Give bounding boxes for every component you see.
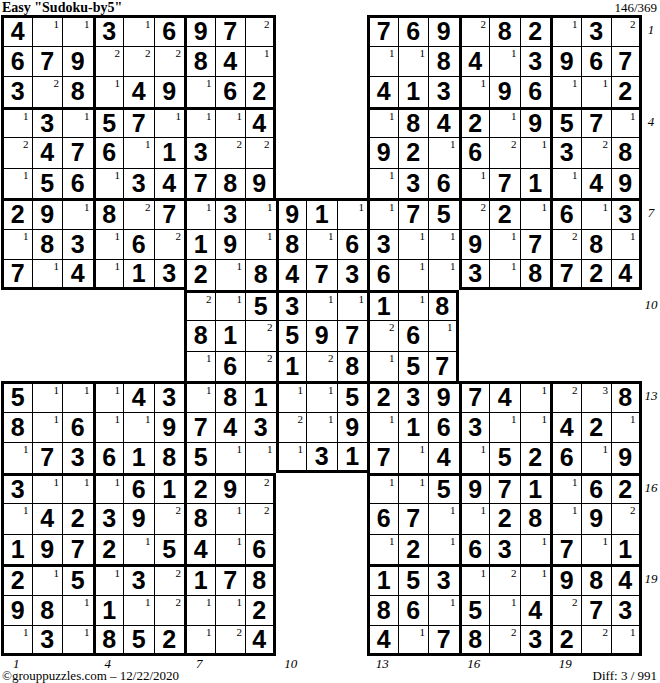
cell-r15c12[interactable]: 1 xyxy=(337,442,368,473)
cell-r4c16[interactable]: 2 xyxy=(459,107,490,138)
cell-r18c19[interactable]: 7 xyxy=(550,534,581,565)
cell-r20c19[interactable]: 2 xyxy=(550,595,581,626)
cell-r18c14[interactable]: 2 xyxy=(398,534,429,565)
cell-r21c1[interactable]: 1 xyxy=(1,625,32,656)
cell-r20c3[interactable]: 1 xyxy=(62,595,93,626)
cell-r14c19[interactable]: 4 xyxy=(550,412,581,443)
cell-r17c7[interactable]: 8 xyxy=(184,503,215,534)
cell-r8c6[interactable]: 2 xyxy=(154,229,185,260)
cell-r3c9[interactable]: 2 xyxy=(245,76,276,107)
cell-r10c7[interactable]: 2 xyxy=(184,290,215,321)
cell-r15c2[interactable]: 7 xyxy=(32,442,63,473)
cell-r8c1[interactable]: 1 xyxy=(1,229,32,260)
cell-r1c20[interactable]: 3 xyxy=(581,15,612,46)
cell-r13c2[interactable]: 1 xyxy=(32,381,63,412)
cell-r2c4[interactable]: 2 xyxy=(93,46,124,77)
cell-r6c6[interactable]: 4 xyxy=(154,168,185,199)
cell-r15c11[interactable]: 3 xyxy=(306,442,337,473)
cell-r2c1[interactable]: 6 xyxy=(1,46,32,77)
cell-r9c14[interactable]: 1 xyxy=(398,259,429,290)
cell-r3c13[interactable]: 4 xyxy=(367,76,398,107)
cell-r10c15[interactable]: 8 xyxy=(428,290,459,321)
cell-r19c20[interactable]: 8 xyxy=(581,564,612,595)
cell-r19c3[interactable]: 5 xyxy=(62,564,93,595)
cell-r5c21[interactable]: 8 xyxy=(611,137,642,168)
cell-r18c15[interactable]: 1 xyxy=(428,534,459,565)
cell-r17c1[interactable]: 1 xyxy=(1,503,32,534)
cell-r8c9[interactable]: 1 xyxy=(245,229,276,260)
cell-r4c21[interactable]: 1 xyxy=(611,107,642,138)
cell-r1c13[interactable]: 7 xyxy=(367,15,398,46)
cell-r14c21[interactable]: 1 xyxy=(611,412,642,443)
cell-r6c21[interactable]: 9 xyxy=(611,168,642,199)
cell-r7c19[interactable]: 6 xyxy=(550,198,581,229)
cell-r13c10[interactable]: 1 xyxy=(276,381,307,412)
cell-r21c18[interactable]: 3 xyxy=(520,625,551,656)
cell-r19c5[interactable]: 3 xyxy=(123,564,154,595)
cell-r8c5[interactable]: 6 xyxy=(123,229,154,260)
cell-r1c9[interactable]: 2 xyxy=(245,15,276,46)
cell-r2c9[interactable]: 1 xyxy=(245,46,276,77)
cell-r4c15[interactable]: 4 xyxy=(428,107,459,138)
cell-r4c19[interactable]: 5 xyxy=(550,107,581,138)
cell-r1c5[interactable]: 1 xyxy=(123,15,154,46)
cell-r4c17[interactable]: 1 xyxy=(489,107,520,138)
cell-r4c14[interactable]: 8 xyxy=(398,107,429,138)
cell-r6c5[interactable]: 3 xyxy=(123,168,154,199)
cell-r15c17[interactable]: 5 xyxy=(489,442,520,473)
cell-r7c10[interactable]: 9 xyxy=(276,198,307,229)
cell-r17c13[interactable]: 6 xyxy=(367,503,398,534)
cell-r1c4[interactable]: 3 xyxy=(93,15,124,46)
cell-r9c17[interactable]: 1 xyxy=(489,259,520,290)
cell-r4c1[interactable]: 1 xyxy=(1,107,32,138)
cell-r15c19[interactable]: 6 xyxy=(550,442,581,473)
cell-r16c6[interactable]: 1 xyxy=(154,473,185,504)
cell-r8c21[interactable]: 1 xyxy=(611,229,642,260)
cell-r15c16[interactable]: 1 xyxy=(459,442,490,473)
cell-r17c14[interactable]: 7 xyxy=(398,503,429,534)
cell-r21c19[interactable]: 2 xyxy=(550,625,581,656)
cell-r8c13[interactable]: 3 xyxy=(367,229,398,260)
cell-r16c21[interactable]: 2 xyxy=(611,473,642,504)
cell-r8c17[interactable]: 1 xyxy=(489,229,520,260)
cell-r17c6[interactable]: 2 xyxy=(154,503,185,534)
cell-r20c14[interactable]: 6 xyxy=(398,595,429,626)
cell-r7c8[interactable]: 3 xyxy=(215,198,246,229)
cell-r20c13[interactable]: 8 xyxy=(367,595,398,626)
cell-r19c18[interactable]: 1 xyxy=(520,564,551,595)
cell-r5c13[interactable]: 9 xyxy=(367,137,398,168)
cell-r14c11[interactable]: 1 xyxy=(306,412,337,443)
cell-r2c3[interactable]: 9 xyxy=(62,46,93,77)
cell-r2c6[interactable]: 2 xyxy=(154,46,185,77)
cell-r18c9[interactable]: 6 xyxy=(245,534,276,565)
cell-r13c11[interactable]: 1 xyxy=(306,381,337,412)
cell-r3c7[interactable]: 1 xyxy=(184,76,215,107)
cell-r20c15[interactable]: 1 xyxy=(428,595,459,626)
cell-r21c3[interactable]: 1 xyxy=(62,625,93,656)
cell-r15c20[interactable]: 1 xyxy=(581,442,612,473)
cell-r8c11[interactable]: 1 xyxy=(306,229,337,260)
cell-r3c4[interactable]: 1 xyxy=(93,76,124,107)
cell-r1c6[interactable]: 6 xyxy=(154,15,185,46)
cell-r17c20[interactable]: 9 xyxy=(581,503,612,534)
cell-r20c6[interactable]: 2 xyxy=(154,595,185,626)
cell-r4c5[interactable]: 7 xyxy=(123,107,154,138)
cell-r7c7[interactable]: 1 xyxy=(184,198,215,229)
cell-r15c10[interactable]: 1 xyxy=(276,442,307,473)
cell-r11c14[interactable]: 6 xyxy=(398,320,429,351)
cell-r9c19[interactable]: 7 xyxy=(550,259,581,290)
cell-r16c1[interactable]: 3 xyxy=(1,473,32,504)
cell-r3c14[interactable]: 1 xyxy=(398,76,429,107)
cell-r1c21[interactable]: 2 xyxy=(611,15,642,46)
cell-r9c6[interactable]: 3 xyxy=(154,259,185,290)
cell-r5c20[interactable]: 2 xyxy=(581,137,612,168)
cell-r8c15[interactable]: 1 xyxy=(428,229,459,260)
cell-r14c14[interactable]: 1 xyxy=(398,412,429,443)
cell-r8c2[interactable]: 8 xyxy=(32,229,63,260)
cell-r13c4[interactable]: 1 xyxy=(93,381,124,412)
cell-r18c18[interactable]: 1 xyxy=(520,534,551,565)
cell-r19c15[interactable]: 3 xyxy=(428,564,459,595)
cell-r12c12[interactable]: 8 xyxy=(337,351,368,382)
cell-r7c1[interactable]: 2 xyxy=(1,198,32,229)
cell-r15c18[interactable]: 2 xyxy=(520,442,551,473)
cell-r3c20[interactable]: 1 xyxy=(581,76,612,107)
cell-r2c21[interactable]: 7 xyxy=(611,46,642,77)
cell-r16c18[interactable]: 1 xyxy=(520,473,551,504)
cell-r13c15[interactable]: 9 xyxy=(428,381,459,412)
cell-r16c7[interactable]: 2 xyxy=(184,473,215,504)
cell-r7c5[interactable]: 2 xyxy=(123,198,154,229)
cell-r15c7[interactable]: 5 xyxy=(184,442,215,473)
cell-r4c9[interactable]: 4 xyxy=(245,107,276,138)
cell-r9c9[interactable]: 8 xyxy=(245,259,276,290)
cell-r9c8[interactable]: 1 xyxy=(215,259,246,290)
cell-r11c11[interactable]: 9 xyxy=(306,320,337,351)
cell-r20c5[interactable]: 1 xyxy=(123,595,154,626)
cell-r9c11[interactable]: 7 xyxy=(306,259,337,290)
cell-r16c20[interactable]: 6 xyxy=(581,473,612,504)
cell-r7c13[interactable]: 1 xyxy=(367,198,398,229)
cell-r4c8[interactable]: 1 xyxy=(215,107,246,138)
cell-r19c21[interactable]: 4 xyxy=(611,564,642,595)
cell-r9c4[interactable]: 1 xyxy=(93,259,124,290)
cell-r11c15[interactable]: 1 xyxy=(428,320,459,351)
cell-r6c9[interactable]: 9 xyxy=(245,168,276,199)
cell-r13c7[interactable]: 1 xyxy=(184,381,215,412)
cell-r2c19[interactable]: 9 xyxy=(550,46,581,77)
cell-r13c17[interactable]: 4 xyxy=(489,381,520,412)
cell-r9c3[interactable]: 4 xyxy=(62,259,93,290)
cell-r1c15[interactable]: 9 xyxy=(428,15,459,46)
cell-r7c3[interactable]: 1 xyxy=(62,198,93,229)
cell-r16c3[interactable]: 1 xyxy=(62,473,93,504)
cell-r16c5[interactable]: 6 xyxy=(123,473,154,504)
cell-r6c14[interactable]: 3 xyxy=(398,168,429,199)
cell-r1c2[interactable]: 1 xyxy=(32,15,63,46)
cell-r11c12[interactable]: 7 xyxy=(337,320,368,351)
cell-r18c2[interactable]: 9 xyxy=(32,534,63,565)
cell-r14c3[interactable]: 6 xyxy=(62,412,93,443)
cell-r20c8[interactable]: 1 xyxy=(215,595,246,626)
cell-r6c15[interactable]: 6 xyxy=(428,168,459,199)
cell-r4c4[interactable]: 5 xyxy=(93,107,124,138)
cell-r21c21[interactable]: 1 xyxy=(611,625,642,656)
cell-r16c15[interactable]: 5 xyxy=(428,473,459,504)
cell-r1c1[interactable]: 4 xyxy=(1,15,32,46)
cell-r8c4[interactable]: 1 xyxy=(93,229,124,260)
cell-r17c2[interactable]: 4 xyxy=(32,503,63,534)
cell-r17c16[interactable]: 1 xyxy=(459,503,490,534)
cell-r10c10[interactable]: 3 xyxy=(276,290,307,321)
cell-r13c13[interactable]: 2 xyxy=(367,381,398,412)
cell-r8c3[interactable]: 3 xyxy=(62,229,93,260)
cell-r6c18[interactable]: 1 xyxy=(520,168,551,199)
cell-r7c9[interactable]: 1 xyxy=(245,198,276,229)
cell-r16c2[interactable]: 1 xyxy=(32,473,63,504)
cell-r4c2[interactable]: 3 xyxy=(32,107,63,138)
cell-r18c13[interactable]: 1 xyxy=(367,534,398,565)
cell-r3c2[interactable]: 2 xyxy=(32,76,63,107)
cell-r8c19[interactable]: 2 xyxy=(550,229,581,260)
cell-r6c16[interactable]: 1 xyxy=(459,168,490,199)
cell-r19c1[interactable]: 2 xyxy=(1,564,32,595)
cell-r18c6[interactable]: 5 xyxy=(154,534,185,565)
cell-r19c9[interactable]: 8 xyxy=(245,564,276,595)
cell-r13c8[interactable]: 8 xyxy=(215,381,246,412)
cell-r3c19[interactable]: 1 xyxy=(550,76,581,107)
cell-r6c2[interactable]: 5 xyxy=(32,168,63,199)
cell-r17c18[interactable]: 8 xyxy=(520,503,551,534)
cell-r13c20[interactable]: 3 xyxy=(581,381,612,412)
cell-r20c1[interactable]: 9 xyxy=(1,595,32,626)
cell-r9c7[interactable]: 2 xyxy=(184,259,215,290)
cell-r20c9[interactable]: 2 xyxy=(245,595,276,626)
cell-r15c5[interactable]: 1 xyxy=(123,442,154,473)
cell-r18c1[interactable]: 1 xyxy=(1,534,32,565)
cell-r17c3[interactable]: 2 xyxy=(62,503,93,534)
cell-r2c5[interactable]: 2 xyxy=(123,46,154,77)
cell-r5c2[interactable]: 4 xyxy=(32,137,63,168)
cell-r14c12[interactable]: 9 xyxy=(337,412,368,443)
cell-r13c21[interactable]: 8 xyxy=(611,381,642,412)
cell-r5c14[interactable]: 2 xyxy=(398,137,429,168)
cell-r18c5[interactable]: 1 xyxy=(123,534,154,565)
cell-r18c8[interactable]: 1 xyxy=(215,534,246,565)
cell-r2c7[interactable]: 8 xyxy=(184,46,215,77)
cell-r9c16[interactable]: 3 xyxy=(459,259,490,290)
cell-r19c4[interactable]: 1 xyxy=(93,564,124,595)
cell-r19c14[interactable]: 5 xyxy=(398,564,429,595)
cell-r21c16[interactable]: 8 xyxy=(459,625,490,656)
cell-r2c16[interactable]: 4 xyxy=(459,46,490,77)
cell-r20c16[interactable]: 5 xyxy=(459,595,490,626)
cell-r1c18[interactable]: 2 xyxy=(520,15,551,46)
cell-r21c4[interactable]: 8 xyxy=(93,625,124,656)
cell-r5c9[interactable]: 2 xyxy=(245,137,276,168)
cell-r9c12[interactable]: 3 xyxy=(337,259,368,290)
cell-r17c4[interactable]: 3 xyxy=(93,503,124,534)
cell-r14c5[interactable]: 1 xyxy=(123,412,154,443)
cell-r10c11[interactable]: 1 xyxy=(306,290,337,321)
cell-r14c1[interactable]: 8 xyxy=(1,412,32,443)
cell-r12c9[interactable]: 2 xyxy=(245,351,276,382)
cell-r4c6[interactable]: 1 xyxy=(154,107,185,138)
cell-r4c13[interactable]: 1 xyxy=(367,107,398,138)
cell-r7c16[interactable]: 2 xyxy=(459,198,490,229)
cell-r4c3[interactable]: 1 xyxy=(62,107,93,138)
cell-r6c13[interactable]: 1 xyxy=(367,168,398,199)
cell-r13c16[interactable]: 7 xyxy=(459,381,490,412)
cell-r13c12[interactable]: 5 xyxy=(337,381,368,412)
cell-r2c8[interactable]: 4 xyxy=(215,46,246,77)
cell-r18c20[interactable]: 1 xyxy=(581,534,612,565)
cell-r6c4[interactable]: 1 xyxy=(93,168,124,199)
cell-r3c17[interactable]: 9 xyxy=(489,76,520,107)
cell-r4c18[interactable]: 9 xyxy=(520,107,551,138)
cell-r3c8[interactable]: 6 xyxy=(215,76,246,107)
cell-r12c8[interactable]: 6 xyxy=(215,351,246,382)
cell-r12c11[interactable]: 2 xyxy=(306,351,337,382)
cell-r1c7[interactable]: 9 xyxy=(184,15,215,46)
cell-r6c20[interactable]: 4 xyxy=(581,168,612,199)
cell-r9c2[interactable]: 1 xyxy=(32,259,63,290)
cell-r5c7[interactable]: 3 xyxy=(184,137,215,168)
cell-r3c18[interactable]: 6 xyxy=(520,76,551,107)
cell-r7c14[interactable]: 7 xyxy=(398,198,429,229)
cell-r21c2[interactable]: 3 xyxy=(32,625,63,656)
cell-r19c6[interactable]: 2 xyxy=(154,564,185,595)
cell-r16c17[interactable]: 7 xyxy=(489,473,520,504)
cell-r13c6[interactable]: 3 xyxy=(154,381,185,412)
cell-r7c17[interactable]: 2 xyxy=(489,198,520,229)
cell-r3c5[interactable]: 4 xyxy=(123,76,154,107)
cell-r5c5[interactable]: 1 xyxy=(123,137,154,168)
cell-r10c13[interactable]: 1 xyxy=(367,290,398,321)
cell-r5c17[interactable]: 2 xyxy=(489,137,520,168)
cell-r5c19[interactable]: 3 xyxy=(550,137,581,168)
cell-r9c13[interactable]: 6 xyxy=(367,259,398,290)
cell-r14c17[interactable]: 1 xyxy=(489,412,520,443)
cell-r9c20[interactable]: 2 xyxy=(581,259,612,290)
cell-r17c15[interactable]: 1 xyxy=(428,503,459,534)
cell-r14c6[interactable]: 9 xyxy=(154,412,185,443)
cell-r10c9[interactable]: 5 xyxy=(245,290,276,321)
cell-r11c8[interactable]: 1 xyxy=(215,320,246,351)
cell-r5c4[interactable]: 6 xyxy=(93,137,124,168)
cell-r12c13[interactable]: 1 xyxy=(367,351,398,382)
cell-r5c15[interactable]: 1 xyxy=(428,137,459,168)
cell-r21c6[interactable]: 2 xyxy=(154,625,185,656)
cell-r16c13[interactable]: 1 xyxy=(367,473,398,504)
cell-r11c9[interactable]: 2 xyxy=(245,320,276,351)
cell-r14c20[interactable]: 2 xyxy=(581,412,612,443)
cell-r16c9[interactable]: 2 xyxy=(245,473,276,504)
cell-r9c18[interactable]: 8 xyxy=(520,259,551,290)
cell-r21c14[interactable]: 1 xyxy=(398,625,429,656)
cell-r8c20[interactable]: 8 xyxy=(581,229,612,260)
cell-r21c8[interactable]: 2 xyxy=(215,625,246,656)
cell-r2c13[interactable]: 1 xyxy=(367,46,398,77)
cell-r13c14[interactable]: 3 xyxy=(398,381,429,412)
cell-r5c8[interactable]: 2 xyxy=(215,137,246,168)
cell-r8c8[interactable]: 9 xyxy=(215,229,246,260)
cell-r3c1[interactable]: 3 xyxy=(1,76,32,107)
cell-r11c10[interactable]: 5 xyxy=(276,320,307,351)
cell-r8c10[interactable]: 8 xyxy=(276,229,307,260)
cell-r18c4[interactable]: 2 xyxy=(93,534,124,565)
cell-r1c14[interactable]: 6 xyxy=(398,15,429,46)
cell-r5c1[interactable]: 2 xyxy=(1,137,32,168)
cell-r8c7[interactable]: 1 xyxy=(184,229,215,260)
cell-r2c14[interactable]: 1 xyxy=(398,46,429,77)
cell-r6c1[interactable]: 1 xyxy=(1,168,32,199)
cell-r18c3[interactable]: 7 xyxy=(62,534,93,565)
cell-r2c17[interactable]: 1 xyxy=(489,46,520,77)
cell-r14c18[interactable]: 1 xyxy=(520,412,551,443)
cell-r18c16[interactable]: 6 xyxy=(459,534,490,565)
cell-r21c5[interactable]: 5 xyxy=(123,625,154,656)
cell-r16c14[interactable]: 1 xyxy=(398,473,429,504)
cell-r20c2[interactable]: 8 xyxy=(32,595,63,626)
cell-r7c21[interactable]: 3 xyxy=(611,198,642,229)
cell-r19c13[interactable]: 1 xyxy=(367,564,398,595)
cell-r6c7[interactable]: 7 xyxy=(184,168,215,199)
cell-r21c13[interactable]: 4 xyxy=(367,625,398,656)
cell-r16c4[interactable]: 1 xyxy=(93,473,124,504)
cell-r12c10[interactable]: 1 xyxy=(276,351,307,382)
cell-r13c1[interactable]: 5 xyxy=(1,381,32,412)
cell-r6c8[interactable]: 8 xyxy=(215,168,246,199)
cell-r2c18[interactable]: 3 xyxy=(520,46,551,77)
cell-r3c15[interactable]: 3 xyxy=(428,76,459,107)
cell-r15c1[interactable]: 1 xyxy=(1,442,32,473)
cell-r4c7[interactable]: 1 xyxy=(184,107,215,138)
cell-r2c20[interactable]: 6 xyxy=(581,46,612,77)
cell-r19c2[interactable]: 1 xyxy=(32,564,63,595)
cell-r3c6[interactable]: 9 xyxy=(154,76,185,107)
cell-r8c14[interactable]: 1 xyxy=(398,229,429,260)
cell-r17c8[interactable]: 1 xyxy=(215,503,246,534)
cell-r19c8[interactable]: 7 xyxy=(215,564,246,595)
cell-r7c15[interactable]: 5 xyxy=(428,198,459,229)
cell-r17c21[interactable]: 2 xyxy=(611,503,642,534)
cell-r15c3[interactable]: 3 xyxy=(62,442,93,473)
cell-r19c19[interactable]: 9 xyxy=(550,564,581,595)
cell-r14c13[interactable]: 1 xyxy=(367,412,398,443)
cell-r14c8[interactable]: 4 xyxy=(215,412,246,443)
cell-r21c20[interactable]: 2 xyxy=(581,625,612,656)
cell-r17c5[interactable]: 9 xyxy=(123,503,154,534)
cell-r21c15[interactable]: 7 xyxy=(428,625,459,656)
cell-r17c17[interactable]: 2 xyxy=(489,503,520,534)
cell-r7c18[interactable]: 1 xyxy=(520,198,551,229)
cell-r14c7[interactable]: 7 xyxy=(184,412,215,443)
cell-r14c9[interactable]: 3 xyxy=(245,412,276,443)
cell-r13c19[interactable]: 2 xyxy=(550,381,581,412)
cell-r6c3[interactable]: 6 xyxy=(62,168,93,199)
cell-r13c18[interactable]: 1 xyxy=(520,381,551,412)
cell-r20c4[interactable]: 1 xyxy=(93,595,124,626)
cell-r8c12[interactable]: 6 xyxy=(337,229,368,260)
cell-r20c20[interactable]: 7 xyxy=(581,595,612,626)
cell-r12c15[interactable]: 7 xyxy=(428,351,459,382)
cell-r18c21[interactable]: 1 xyxy=(611,534,642,565)
cell-r3c21[interactable]: 2 xyxy=(611,76,642,107)
